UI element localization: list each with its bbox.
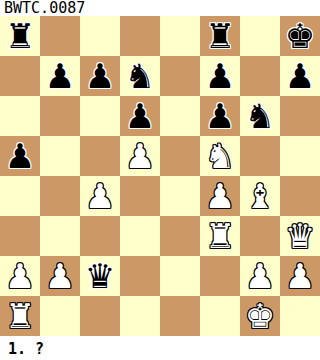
puzzle-id-title: BWTC.0087 (0, 0, 320, 16)
square-c7[interactable]: ♟ (80, 56, 120, 96)
square-f2[interactable] (200, 256, 240, 296)
piece-white-pawn: ♟ (5, 256, 35, 296)
square-a4[interactable] (0, 176, 40, 216)
square-d2[interactable] (120, 256, 160, 296)
square-b6[interactable] (40, 96, 80, 136)
piece-black-pawn: ♟ (5, 136, 35, 176)
square-d6[interactable]: ♟ (120, 96, 160, 136)
square-c1[interactable] (80, 296, 120, 336)
piece-white-pawn: ♟ (125, 136, 155, 176)
square-h7[interactable]: ♟ (280, 56, 320, 96)
square-b7[interactable]: ♟ (40, 56, 80, 96)
piece-black-pawn: ♟ (285, 56, 315, 96)
square-h8[interactable]: ♚ (280, 16, 320, 56)
square-g3[interactable] (240, 216, 280, 256)
piece-black-rook: ♜ (5, 16, 35, 56)
piece-white-king: ♚ (245, 296, 275, 336)
square-h3[interactable]: ♛ (280, 216, 320, 256)
square-f5[interactable]: ♞ (200, 136, 240, 176)
piece-white-rook: ♜ (5, 296, 35, 336)
square-e4[interactable] (160, 176, 200, 216)
square-f7[interactable]: ♟ (200, 56, 240, 96)
square-h6[interactable] (280, 96, 320, 136)
square-h2[interactable]: ♟ (280, 256, 320, 296)
piece-black-pawn: ♟ (205, 56, 235, 96)
square-c2[interactable]: ♛ (80, 256, 120, 296)
square-a3[interactable] (0, 216, 40, 256)
square-c3[interactable] (80, 216, 120, 256)
square-d3[interactable] (120, 216, 160, 256)
square-c6[interactable] (80, 96, 120, 136)
square-a7[interactable] (0, 56, 40, 96)
square-g7[interactable] (240, 56, 280, 96)
square-e1[interactable] (160, 296, 200, 336)
chess-puzzle-window: BWTC.0087 ♜♜♚♟♟♞♟♟♟♟♞♟♟♞♟♟♝♜♛♟♟♛♟♟♜♚ 1. … (0, 0, 320, 360)
square-f3[interactable]: ♜ (200, 216, 240, 256)
square-d1[interactable] (120, 296, 160, 336)
square-d7[interactable]: ♞ (120, 56, 160, 96)
square-a6[interactable] (0, 96, 40, 136)
square-h4[interactable] (280, 176, 320, 216)
square-c5[interactable] (80, 136, 120, 176)
square-b4[interactable] (40, 176, 80, 216)
piece-black-rook: ♜ (205, 16, 235, 56)
square-a2[interactable]: ♟ (0, 256, 40, 296)
square-d5[interactable]: ♟ (120, 136, 160, 176)
square-f8[interactable]: ♜ (200, 16, 240, 56)
square-g6[interactable]: ♞ (240, 96, 280, 136)
square-b3[interactable] (40, 216, 80, 256)
square-e3[interactable] (160, 216, 200, 256)
piece-black-knight: ♞ (245, 96, 275, 136)
square-g5[interactable] (240, 136, 280, 176)
piece-white-pawn: ♟ (85, 176, 115, 216)
square-e8[interactable] (160, 16, 200, 56)
square-d8[interactable] (120, 16, 160, 56)
square-a5[interactable]: ♟ (0, 136, 40, 176)
piece-black-queen: ♛ (85, 256, 115, 296)
piece-black-pawn: ♟ (205, 96, 235, 136)
square-a1[interactable]: ♜ (0, 296, 40, 336)
square-f4[interactable]: ♟ (200, 176, 240, 216)
square-e7[interactable] (160, 56, 200, 96)
piece-white-queen: ♛ (285, 216, 315, 256)
square-h1[interactable] (280, 296, 320, 336)
square-e5[interactable] (160, 136, 200, 176)
square-b2[interactable]: ♟ (40, 256, 80, 296)
square-b1[interactable] (40, 296, 80, 336)
square-c8[interactable] (80, 16, 120, 56)
square-e6[interactable] (160, 96, 200, 136)
square-e2[interactable] (160, 256, 200, 296)
piece-white-bishop: ♝ (245, 176, 275, 216)
square-h5[interactable] (280, 136, 320, 176)
piece-white-pawn: ♟ (245, 256, 275, 296)
piece-black-knight: ♞ (125, 56, 155, 96)
square-b8[interactable] (40, 16, 80, 56)
move-prompt: 1. ? (0, 336, 320, 360)
square-d4[interactable] (120, 176, 160, 216)
square-g8[interactable] (240, 16, 280, 56)
chess-board: ♜♜♚♟♟♞♟♟♟♟♞♟♟♞♟♟♝♜♛♟♟♛♟♟♜♚ (0, 16, 320, 336)
piece-white-rook: ♜ (205, 216, 235, 256)
square-g2[interactable]: ♟ (240, 256, 280, 296)
square-c4[interactable]: ♟ (80, 176, 120, 216)
piece-white-pawn: ♟ (45, 256, 75, 296)
square-f6[interactable]: ♟ (200, 96, 240, 136)
square-a8[interactable]: ♜ (0, 16, 40, 56)
piece-black-pawn: ♟ (125, 96, 155, 136)
piece-white-pawn: ♟ (205, 176, 235, 216)
square-f1[interactable] (200, 296, 240, 336)
square-g4[interactable]: ♝ (240, 176, 280, 216)
piece-black-pawn: ♟ (45, 56, 75, 96)
square-g1[interactable]: ♚ (240, 296, 280, 336)
piece-white-knight: ♞ (205, 136, 235, 176)
piece-black-king: ♚ (285, 16, 315, 56)
piece-black-pawn: ♟ (85, 56, 115, 96)
piece-white-pawn: ♟ (285, 256, 315, 296)
square-b5[interactable] (40, 136, 80, 176)
